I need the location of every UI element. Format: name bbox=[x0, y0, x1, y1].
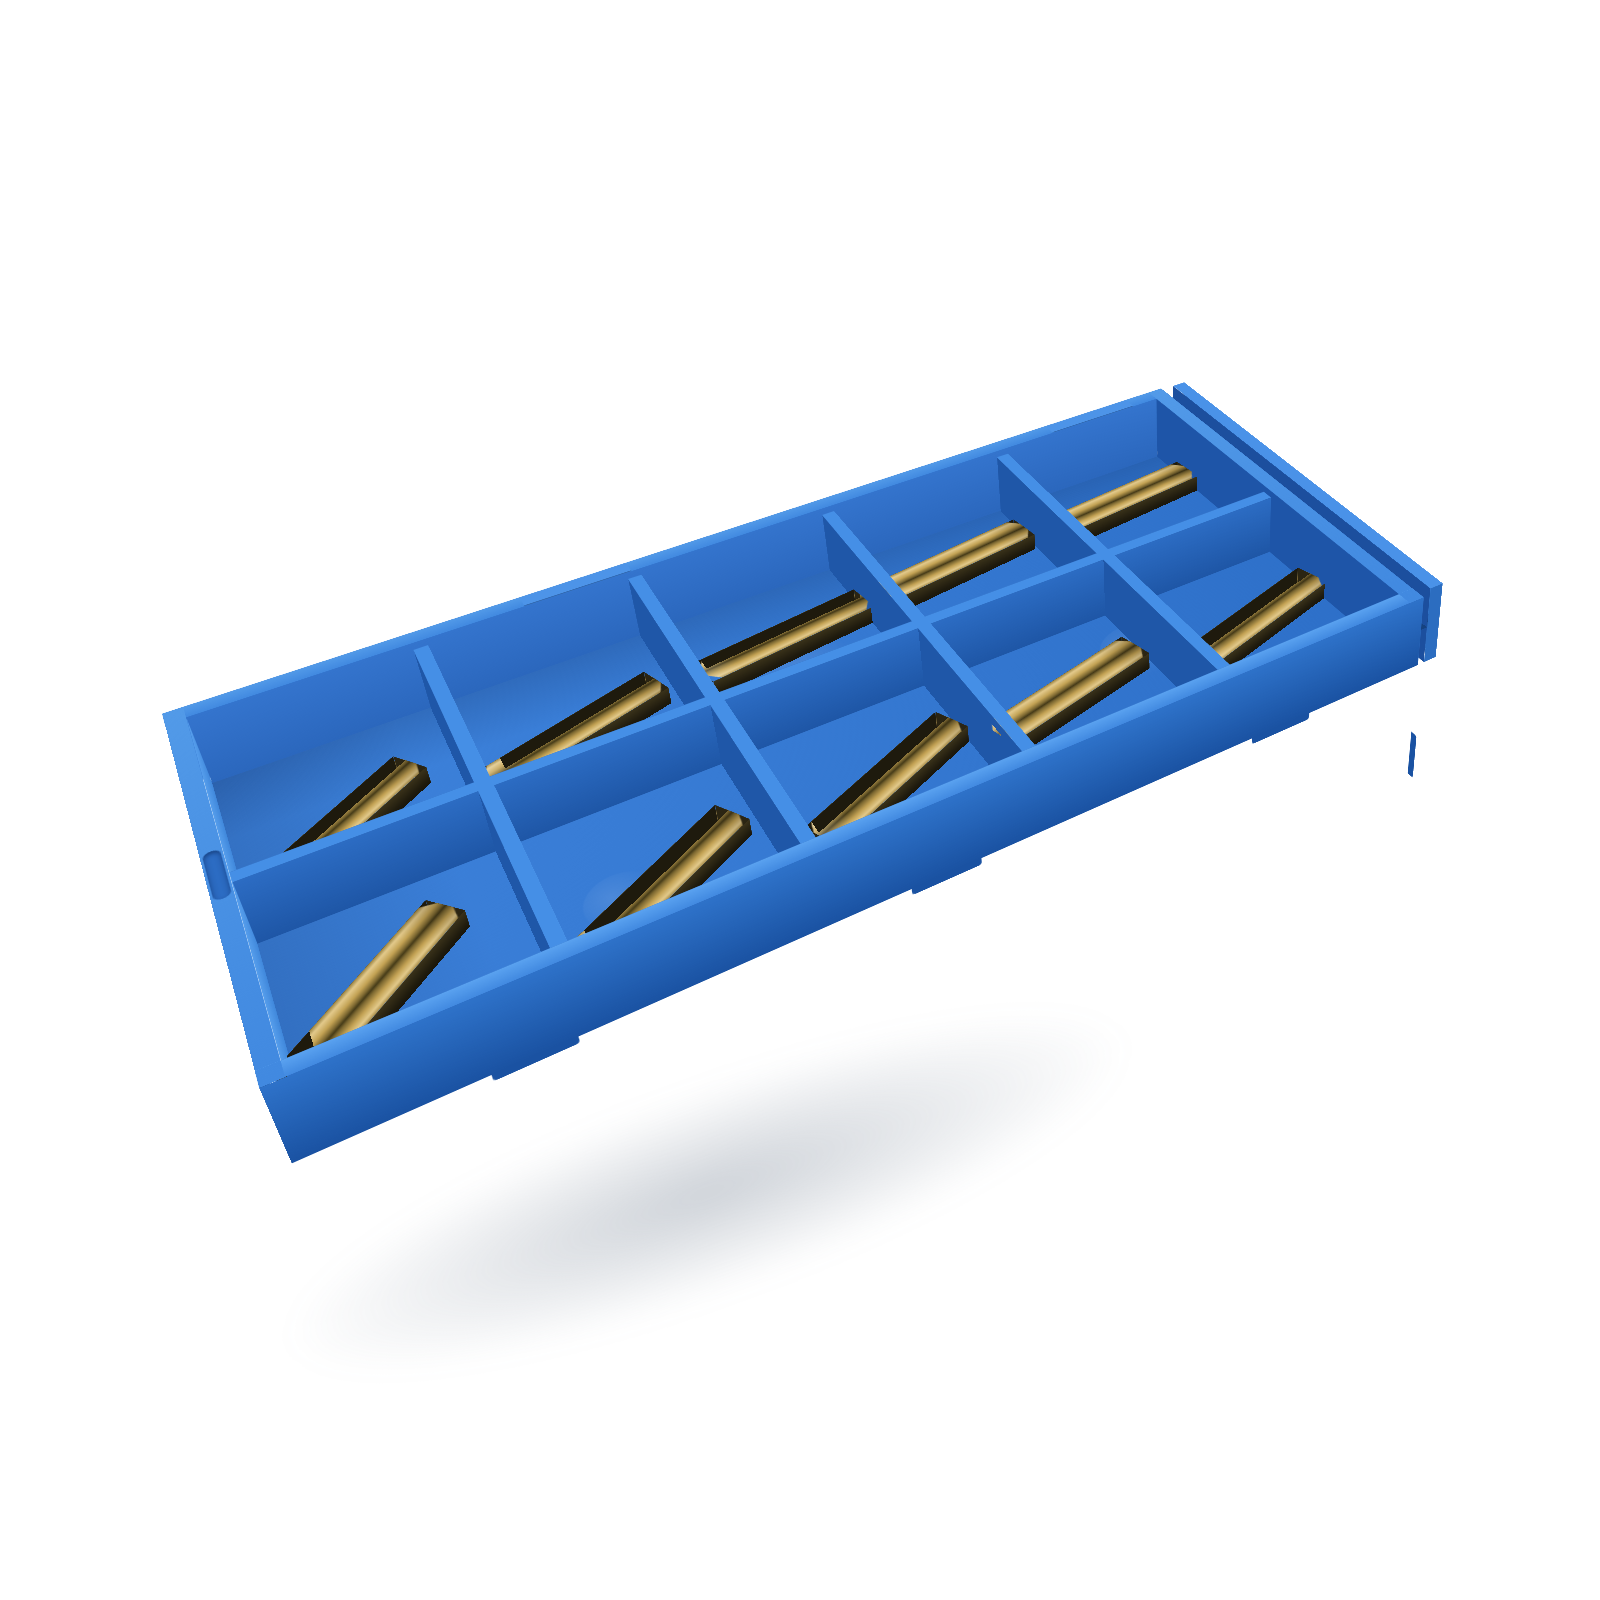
photo-stage: Overhead angled photo of an open blue pl… bbox=[0, 0, 1600, 1600]
bottom-foot bbox=[912, 857, 982, 895]
bottom-foot bbox=[1252, 712, 1309, 744]
scene bbox=[40, 0, 1600, 1552]
bottom-foot bbox=[491, 1036, 580, 1082]
scene-shift bbox=[40, 0, 1600, 1552]
insert-box bbox=[191, 450, 1418, 1163]
bottom-foot bbox=[1408, 732, 1417, 779]
